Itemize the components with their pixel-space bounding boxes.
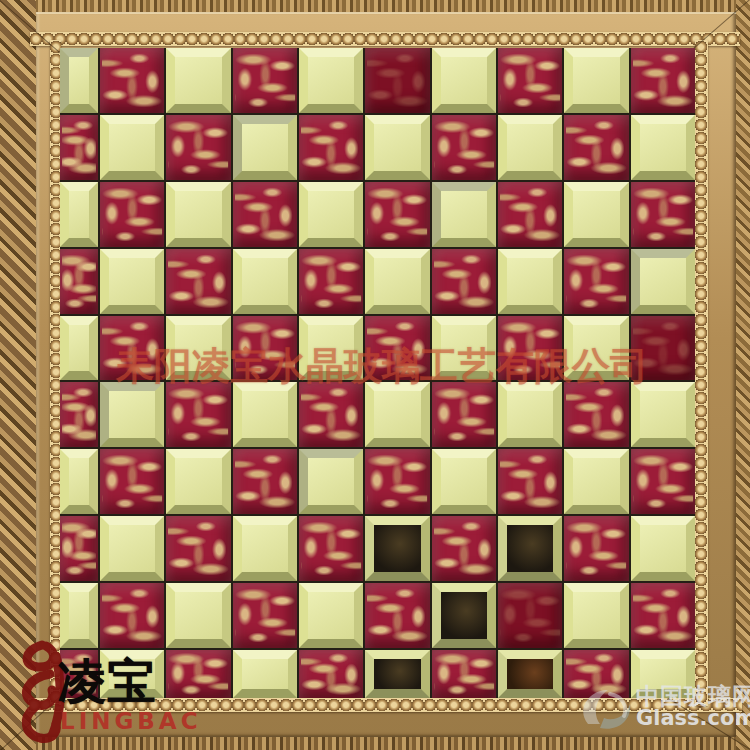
tile-r8c6 (365, 516, 429, 581)
frame-bead-moulding-right (695, 40, 708, 706)
tile-r4c1 (60, 249, 98, 314)
site-watermark-url: Glass.com.cn (636, 706, 750, 730)
tile-r6c5 (299, 382, 363, 447)
tile-r6c6 (365, 382, 429, 447)
tile-r8c3 (166, 516, 230, 581)
tile-r4c3 (166, 249, 230, 314)
tile-r6c9 (564, 382, 628, 447)
tile-r1c7 (432, 48, 496, 113)
tile-r3c5 (299, 182, 363, 247)
tile-r4c4 (233, 249, 297, 314)
tile-r1c6 (365, 48, 429, 113)
tile-r7c8 (498, 449, 562, 514)
tile-r8c4 (233, 516, 297, 581)
tile-r2c4 (233, 115, 297, 180)
tile-r10c5 (299, 650, 363, 698)
tile-r3c2 (100, 182, 164, 247)
tile-r6c3 (166, 382, 230, 447)
tile-r6c7 (432, 382, 496, 447)
tile-r10c3 (166, 650, 230, 698)
tile-r9c6 (365, 583, 429, 648)
tile-r1c9 (564, 48, 628, 113)
tile-r2c10 (631, 115, 695, 180)
tile-r7c10 (631, 449, 695, 514)
brand-name-latin: LINGBAC (60, 708, 202, 734)
brand-name-chinese: 凌宝 (58, 650, 156, 714)
tile-r4c2 (100, 249, 164, 314)
tile-r3c8 (498, 182, 562, 247)
tile-r9c8 (498, 583, 562, 648)
tile-r10c6 (365, 650, 429, 698)
tile-r1c10 (631, 48, 695, 113)
tile-r9c2 (100, 583, 164, 648)
frame-ornate-right (736, 0, 750, 750)
frame-ornate-bottom (0, 737, 750, 750)
tile-r8c5 (299, 516, 363, 581)
tile-r1c5 (299, 48, 363, 113)
company-watermark-text: 耒阳凌宝水晶玻璃工艺有限公司 (116, 341, 648, 392)
tile-r4c7 (432, 249, 496, 314)
tile-r1c1 (60, 48, 98, 113)
tile-r2c3 (166, 115, 230, 180)
tile-r1c2 (100, 48, 164, 113)
tile-r3c3 (166, 182, 230, 247)
tile-r5c1 (60, 316, 98, 381)
tile-r9c3 (166, 583, 230, 648)
glass-site-logo-icon (574, 680, 636, 736)
tile-r2c7 (432, 115, 496, 180)
tile-r7c4 (233, 449, 297, 514)
tile-r10c7 (432, 650, 496, 698)
tile-r3c7 (432, 182, 496, 247)
tile-r2c9 (564, 115, 628, 180)
tile-r7c6 (365, 449, 429, 514)
frame-bead-moulding-top (30, 32, 740, 46)
tile-r10c8 (498, 650, 562, 698)
tile-r3c6 (365, 182, 429, 247)
tile-r4c5 (299, 249, 363, 314)
tile-r9c7 (432, 583, 496, 648)
tile-r7c7 (432, 449, 496, 514)
tile-r8c8 (498, 516, 562, 581)
tile-r4c6 (365, 249, 429, 314)
tile-r6c4 (233, 382, 297, 447)
tile-r7c5 (299, 449, 363, 514)
tile-r9c10 (631, 583, 695, 648)
tile-r2c1 (60, 115, 98, 180)
tile-r6c10 (631, 382, 695, 447)
tile-r1c8 (498, 48, 562, 113)
tile-r7c9 (564, 449, 628, 514)
tile-r9c4 (233, 583, 297, 648)
tile-r7c2 (100, 449, 164, 514)
tile-r2c6 (365, 115, 429, 180)
tile-r7c1 (60, 449, 98, 514)
tile-r8c10 (631, 516, 695, 581)
tile-r8c2 (100, 516, 164, 581)
tile-r9c9 (564, 583, 628, 648)
tile-r3c9 (564, 182, 628, 247)
tile-r1c3 (166, 48, 230, 113)
tile-r6c1 (60, 382, 98, 447)
tile-r8c9 (564, 516, 628, 581)
tile-r3c4 (233, 182, 297, 247)
tile-r4c9 (564, 249, 628, 314)
mosaic-product-photo: 耒阳凌宝水晶玻璃工艺有限公司 凌宝 LINGBAC 中国玻璃网 Glass.co… (0, 0, 750, 750)
tile-r6c2 (100, 382, 164, 447)
tile-r4c8 (498, 249, 562, 314)
tile-r9c5 (299, 583, 363, 648)
tile-r2c8 (498, 115, 562, 180)
tile-r8c7 (432, 516, 496, 581)
tile-r8c1 (60, 516, 98, 581)
tile-r2c5 (299, 115, 363, 180)
tile-r3c10 (631, 182, 695, 247)
tile-r2c2 (100, 115, 164, 180)
tile-r1c4 (233, 48, 297, 113)
tile-r4c10 (631, 249, 695, 314)
tile-r3c1 (60, 182, 98, 247)
frame-ornate-top (0, 0, 750, 12)
tile-r6c8 (498, 382, 562, 447)
tile-r10c4 (233, 650, 297, 698)
tile-r7c3 (166, 449, 230, 514)
